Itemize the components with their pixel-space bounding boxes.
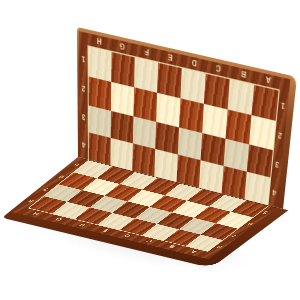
rank-label-2-left: 2 [79, 73, 88, 104]
square-e3 [155, 121, 179, 155]
square-c3 [201, 132, 226, 166]
rank-label-3-left: 3 [79, 102, 87, 132]
square-a3 [247, 144, 273, 178]
rank-label-4-right: 4 [268, 178, 280, 208]
rank-label-1-right: 1 [277, 90, 289, 122]
square-d3 [178, 127, 202, 161]
square-b3 [224, 138, 250, 172]
square-f3 [133, 116, 156, 149]
product-photo: HGFEDCBA55667788 HGFEDCBA11223344 [0, 0, 300, 300]
square-h3 [89, 105, 111, 138]
square-g3 [111, 110, 134, 143]
rank-label-2-right: 2 [274, 120, 286, 152]
rank-label-3-right: 3 [271, 149, 283, 180]
rank-label-1-left: 1 [79, 43, 88, 75]
rank-label-4-left: 4 [80, 130, 88, 159]
